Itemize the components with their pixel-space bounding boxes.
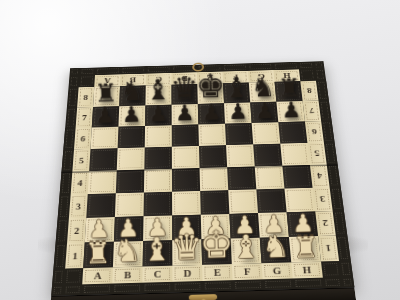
square-d7[interactable]: ♟ [172, 104, 199, 125]
square-h1[interactable]: ♜ [289, 236, 321, 262]
scene: ABCDEFGH8♜♞♝♛♚♝♞♜87♟♟♟♟♟♟♟♟7665544332♟♟♟… [0, 0, 400, 300]
square-e1[interactable]: ♚ [201, 239, 231, 265]
square-h6[interactable] [278, 122, 307, 144]
board-rim-cell [51, 285, 64, 296]
square-b1[interactable]: ♞ [113, 241, 143, 267]
black-pawn[interactable]: ♟ [201, 101, 221, 123]
black-pawn[interactable]: ♟ [175, 102, 195, 124]
board-border-corner [79, 75, 95, 87]
square-d1[interactable]: ♛ [172, 239, 202, 265]
board-rim-cell [58, 195, 71, 219]
black-pawn[interactable]: ♟ [95, 104, 115, 126]
rank-label-1: 1 [65, 243, 85, 269]
square-c1[interactable]: ♝ [143, 240, 173, 266]
square-g5[interactable] [253, 144, 282, 167]
white-rook[interactable]: ♜ [84, 238, 110, 267]
file-label-e: E [202, 264, 233, 281]
rank-label-3: 3 [69, 194, 88, 218]
board-rim-cell [53, 243, 67, 269]
board-rim-cell [203, 280, 234, 291]
board-border-corner [64, 268, 83, 285]
chess-board: ABCDEFGH8♜♞♝♛♚♝♞♜87♟♟♟♟♟♟♟♟7665544332♟♟♟… [51, 61, 354, 296]
square-g1[interactable]: ♞ [260, 237, 292, 263]
board-rim-cell [316, 80, 329, 100]
board-border-corner [321, 261, 341, 278]
black-king[interactable]: ♚ [195, 70, 225, 104]
square-e4[interactable] [200, 167, 229, 191]
white-bishop[interactable]: ♝ [142, 233, 171, 266]
square-d5[interactable] [172, 146, 200, 169]
square-e5[interactable] [199, 145, 227, 168]
square-g4[interactable] [255, 166, 285, 190]
square-h5[interactable] [280, 143, 310, 166]
file-label-h: H [291, 262, 323, 279]
file-label-f: F [232, 263, 263, 280]
board-rim-cell [263, 278, 294, 289]
square-a6[interactable] [90, 127, 118, 149]
white-knight[interactable]: ♞ [113, 235, 141, 267]
white-knight[interactable]: ♞ [262, 231, 290, 263]
square-b5[interactable] [117, 147, 145, 170]
square-e6[interactable] [198, 124, 226, 146]
board-rim-cell [341, 277, 354, 288]
square-a5[interactable] [89, 148, 117, 171]
brass-clasp-icon[interactable] [189, 294, 217, 300]
board-rim-cell [339, 261, 353, 277]
black-pawn[interactable]: ♟ [121, 104, 141, 126]
file-label-c: C [142, 266, 172, 283]
square-d4[interactable] [172, 168, 200, 192]
board-rim-cell [333, 211, 348, 236]
square-h7[interactable]: ♟ [276, 101, 305, 122]
board-rim-cell [336, 235, 351, 261]
white-queen[interactable]: ♛ [171, 229, 203, 265]
square-d6[interactable] [172, 125, 199, 147]
square-f4[interactable] [227, 166, 256, 190]
file-label-g: G [262, 262, 293, 279]
board-rim-cell [327, 164, 341, 187]
square-b3[interactable] [115, 192, 144, 217]
black-pawn[interactable]: ♟ [281, 99, 301, 121]
rank-label-8: 8 [77, 87, 94, 107]
square-c4[interactable] [144, 169, 172, 193]
square-g6[interactable] [252, 122, 281, 144]
square-h4[interactable] [282, 165, 312, 189]
square-e7[interactable]: ♟ [198, 103, 225, 124]
square-c7[interactable]: ♟ [145, 105, 172, 126]
square-a1[interactable]: ♜ [83, 242, 114, 268]
square-a4[interactable] [88, 170, 117, 194]
folding-chess-box: ABCDEFGH8♜♞♝♛♚♝♞♜87♟♟♟♟♟♟♟♟7665544332♟♟♟… [50, 61, 356, 300]
rank-label-2: 2 [67, 218, 86, 243]
rank-label-6: 6 [74, 128, 92, 150]
rank-label-5: 5 [72, 149, 90, 172]
white-bishop[interactable]: ♝ [231, 231, 260, 264]
square-f6[interactable] [225, 123, 253, 145]
file-label-a: A [82, 267, 113, 284]
square-f5[interactable] [226, 144, 255, 167]
board-rim-cell [330, 187, 344, 211]
white-king[interactable]: ♚ [199, 226, 233, 264]
board-rim-cell [321, 121, 334, 143]
rank-label-5-right: 5 [307, 142, 326, 165]
square-c5[interactable] [144, 147, 172, 170]
black-pawn[interactable]: ♟ [228, 101, 248, 123]
square-b6[interactable] [118, 126, 145, 148]
square-f1[interactable]: ♝ [231, 238, 262, 264]
file-label-d: D [172, 265, 202, 282]
rank-label-7: 7 [76, 107, 93, 128]
board-rim-cell [323, 277, 343, 288]
white-rook[interactable]: ♜ [292, 232, 318, 261]
square-b7[interactable]: ♟ [118, 105, 145, 126]
board-border-corner [299, 69, 316, 81]
square-c6[interactable] [145, 125, 172, 147]
photo-background: ABCDEFGH8♜♞♝♛♚♝♞♜87♟♟♟♟♟♟♟♟7665544332♟♟♟… [0, 0, 400, 300]
square-f7[interactable]: ♟ [224, 102, 252, 123]
square-a7[interactable]: ♟ [92, 106, 119, 127]
board-rim-cell [63, 284, 82, 295]
board-rim-cell [314, 69, 326, 81]
black-pawn[interactable]: ♟ [148, 103, 168, 125]
rank-label-4: 4 [71, 171, 89, 194]
rank-label-3-right: 3 [313, 187, 333, 211]
file-label-b: B [112, 267, 142, 284]
black-pawn[interactable]: ♟ [255, 100, 275, 122]
square-g7[interactable]: ♟ [250, 102, 278, 123]
square-b4[interactable] [116, 170, 144, 194]
board-rim-cell [319, 100, 332, 121]
board-rim-cell [324, 142, 338, 164]
